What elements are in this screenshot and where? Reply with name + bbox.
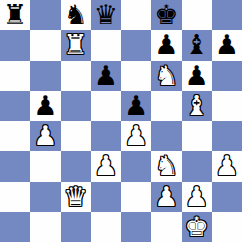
chess-board-container: ♜♞♛♚♜♟♝♟♟♞♟♟♟♝♟♟♟♞♟♛♟♟♚ xyxy=(0,0,242,242)
piece-black-king[interactable]: ♚ xyxy=(154,0,178,30)
square-c6[interactable] xyxy=(61,61,91,91)
square-d4[interactable] xyxy=(91,121,121,151)
square-e4[interactable]: ♟ xyxy=(121,121,151,151)
piece-white-bishop[interactable]: ♝ xyxy=(185,91,209,121)
square-f8[interactable]: ♚ xyxy=(151,0,181,30)
square-b4[interactable]: ♟ xyxy=(30,121,60,151)
piece-black-rook[interactable]: ♜ xyxy=(3,0,27,30)
piece-white-knight[interactable]: ♞ xyxy=(154,61,178,91)
square-f7[interactable]: ♟ xyxy=(151,30,181,60)
square-f5[interactable] xyxy=(151,91,181,121)
piece-black-pawn[interactable]: ♟ xyxy=(33,91,57,121)
square-f3[interactable]: ♞ xyxy=(151,151,181,181)
piece-black-pawn[interactable]: ♟ xyxy=(94,61,118,91)
square-a3[interactable] xyxy=(0,151,30,181)
square-d6[interactable]: ♟ xyxy=(91,61,121,91)
square-d1[interactable] xyxy=(91,212,121,242)
square-d7[interactable] xyxy=(91,30,121,60)
square-a4[interactable] xyxy=(0,121,30,151)
square-b6[interactable] xyxy=(30,61,60,91)
square-b1[interactable] xyxy=(30,212,60,242)
square-c1[interactable] xyxy=(61,212,91,242)
piece-black-pawn[interactable]: ♟ xyxy=(154,30,178,60)
square-f1[interactable] xyxy=(151,212,181,242)
square-g3[interactable] xyxy=(182,151,212,181)
piece-white-rook[interactable]: ♜ xyxy=(64,30,88,60)
square-h6[interactable] xyxy=(212,61,242,91)
square-e8[interactable] xyxy=(121,0,151,30)
square-c7[interactable]: ♜ xyxy=(61,30,91,60)
square-h5[interactable] xyxy=(212,91,242,121)
piece-white-queen[interactable]: ♛ xyxy=(64,182,88,212)
piece-black-pawn[interactable]: ♟ xyxy=(185,61,209,91)
square-b3[interactable] xyxy=(30,151,60,181)
piece-black-queen[interactable]: ♛ xyxy=(94,0,118,30)
square-g5[interactable]: ♝ xyxy=(182,91,212,121)
square-b2[interactable] xyxy=(30,182,60,212)
square-e5[interactable]: ♟ xyxy=(121,91,151,121)
piece-white-pawn[interactable]: ♟ xyxy=(185,182,209,212)
square-a5[interactable] xyxy=(0,91,30,121)
square-c5[interactable] xyxy=(61,91,91,121)
chess-board: ♜♞♛♚♜♟♝♟♟♞♟♟♟♝♟♟♟♞♟♛♟♟♚ xyxy=(0,0,242,242)
piece-black-bishop[interactable]: ♝ xyxy=(185,30,209,60)
square-c2[interactable]: ♛ xyxy=(61,182,91,212)
square-e7[interactable] xyxy=(121,30,151,60)
square-a6[interactable] xyxy=(0,61,30,91)
square-a7[interactable] xyxy=(0,30,30,60)
piece-black-knight[interactable]: ♞ xyxy=(64,0,88,30)
piece-white-pawn[interactable]: ♟ xyxy=(154,182,178,212)
square-c8[interactable]: ♞ xyxy=(61,0,91,30)
square-g2[interactable]: ♟ xyxy=(182,182,212,212)
square-g4[interactable] xyxy=(182,121,212,151)
piece-white-pawn[interactable]: ♟ xyxy=(94,151,118,181)
piece-white-pawn[interactable]: ♟ xyxy=(215,151,239,181)
piece-white-pawn[interactable]: ♟ xyxy=(33,121,57,151)
square-d3[interactable]: ♟ xyxy=(91,151,121,181)
square-b8[interactable] xyxy=(30,0,60,30)
square-e2[interactable] xyxy=(121,182,151,212)
square-h8[interactable] xyxy=(212,0,242,30)
square-h3[interactable]: ♟ xyxy=(212,151,242,181)
square-g1[interactable]: ♚ xyxy=(182,212,212,242)
piece-black-pawn[interactable]: ♟ xyxy=(215,30,239,60)
square-f6[interactable]: ♞ xyxy=(151,61,181,91)
square-d8[interactable]: ♛ xyxy=(91,0,121,30)
square-h7[interactable]: ♟ xyxy=(212,30,242,60)
square-h2[interactable] xyxy=(212,182,242,212)
piece-black-pawn[interactable]: ♟ xyxy=(124,91,148,121)
square-e6[interactable] xyxy=(121,61,151,91)
square-e3[interactable] xyxy=(121,151,151,181)
square-g7[interactable]: ♝ xyxy=(182,30,212,60)
square-e1[interactable] xyxy=(121,212,151,242)
square-f4[interactable] xyxy=(151,121,181,151)
piece-white-king[interactable]: ♚ xyxy=(185,212,209,242)
square-g8[interactable] xyxy=(182,0,212,30)
square-f2[interactable]: ♟ xyxy=(151,182,181,212)
square-b5[interactable]: ♟ xyxy=(30,91,60,121)
piece-white-knight[interactable]: ♞ xyxy=(154,151,178,181)
square-a8[interactable]: ♜ xyxy=(0,0,30,30)
square-a1[interactable] xyxy=(0,212,30,242)
square-b7[interactable] xyxy=(30,30,60,60)
square-h4[interactable] xyxy=(212,121,242,151)
square-d2[interactable] xyxy=(91,182,121,212)
square-h1[interactable] xyxy=(212,212,242,242)
square-c4[interactable] xyxy=(61,121,91,151)
square-g6[interactable]: ♟ xyxy=(182,61,212,91)
square-d5[interactable] xyxy=(91,91,121,121)
square-c3[interactable] xyxy=(61,151,91,181)
piece-white-pawn[interactable]: ♟ xyxy=(124,121,148,151)
square-a2[interactable] xyxy=(0,182,30,212)
